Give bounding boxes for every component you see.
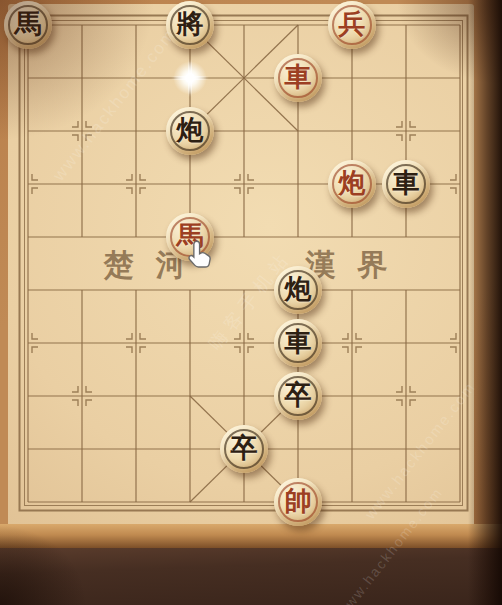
piece-glyph: 兵	[339, 0, 366, 48]
piece-black-chariot[interactable]: 車	[274, 319, 322, 367]
piece-black-general[interactable]: 將	[166, 1, 214, 49]
piece-black-horse[interactable]: 馬	[4, 1, 52, 49]
piece-glyph: 車	[285, 318, 312, 366]
piece-red-cannon[interactable]: 炮	[328, 160, 376, 208]
piece-red-general[interactable]: 帥	[274, 478, 322, 526]
piece-glyph: 卒	[285, 371, 312, 419]
status-bar: 步数：7	[0, 548, 502, 605]
piece-glyph: 將	[177, 0, 204, 48]
xiangqi-app: 楚河 漢界 馬將兵車炮炮車馬炮車卒卒帥 www.hackhome.com嗨客手机…	[0, 0, 502, 605]
piece-glyph: 車	[285, 53, 312, 101]
piece-glyph: 馬	[177, 212, 204, 260]
piece-black-soldier[interactable]: 卒	[220, 425, 268, 473]
piece-glyph: 卒	[231, 424, 258, 472]
piece-glyph: 帥	[285, 477, 312, 525]
piece-glyph: 車	[393, 159, 420, 207]
piece-glyph: 馬	[15, 0, 42, 48]
piece-red-chariot[interactable]: 車	[274, 54, 322, 102]
piece-red-soldier[interactable]: 兵	[328, 1, 376, 49]
piece-black-chariot[interactable]: 車	[382, 160, 430, 208]
piece-glyph: 炮	[285, 265, 312, 313]
piece-black-soldier[interactable]: 卒	[274, 372, 322, 420]
piece-black-cannon[interactable]: 炮	[166, 107, 214, 155]
piece-black-cannon[interactable]: 炮	[274, 266, 322, 314]
piece-glyph: 炮	[177, 106, 204, 154]
board-front-edge	[0, 524, 502, 548]
piece-red-horse[interactable]: 馬	[166, 213, 214, 261]
piece-glyph: 炮	[339, 159, 366, 207]
